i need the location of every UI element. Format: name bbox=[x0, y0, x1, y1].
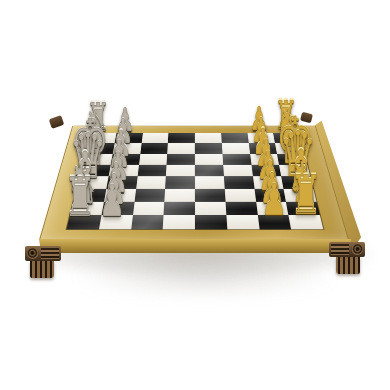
square-a7 bbox=[257, 215, 291, 229]
square-c6 bbox=[224, 189, 255, 202]
square-g1 bbox=[85, 143, 114, 154]
square-d1 bbox=[77, 176, 109, 188]
square-c1 bbox=[73, 189, 106, 202]
square-a8 bbox=[289, 215, 324, 229]
square-d5 bbox=[195, 176, 225, 188]
square-d6 bbox=[224, 176, 254, 188]
square-b7 bbox=[256, 201, 289, 215]
square-b8 bbox=[286, 201, 320, 215]
square-b4 bbox=[164, 201, 195, 215]
square-d8 bbox=[281, 176, 313, 188]
square-h6 bbox=[221, 133, 248, 143]
foot-fluted-column bbox=[336, 257, 360, 274]
square-g2 bbox=[113, 143, 142, 154]
square-h3 bbox=[141, 133, 168, 143]
square-h4 bbox=[168, 133, 195, 143]
square-e4 bbox=[166, 165, 195, 177]
square-a4 bbox=[163, 215, 195, 229]
square-f6 bbox=[222, 154, 251, 165]
square-a3 bbox=[131, 215, 164, 229]
square-a5 bbox=[195, 215, 227, 229]
square-e6 bbox=[223, 165, 253, 177]
square-b5 bbox=[195, 201, 226, 215]
square-d4 bbox=[165, 176, 195, 188]
square-d3 bbox=[136, 176, 166, 188]
square-e5 bbox=[195, 165, 224, 177]
square-c2 bbox=[104, 189, 136, 202]
square-g5 bbox=[195, 143, 222, 154]
square-f5 bbox=[195, 154, 223, 165]
square-g8 bbox=[275, 143, 304, 154]
square-f1 bbox=[82, 154, 112, 165]
back-right-foot bbox=[300, 112, 313, 123]
square-g4 bbox=[167, 143, 194, 154]
square-g3 bbox=[140, 143, 168, 154]
board-shadow-soft bbox=[70, 258, 340, 298]
front-left-foot bbox=[25, 246, 61, 278]
foot-capital bbox=[329, 242, 365, 257]
square-f8 bbox=[277, 154, 307, 165]
square-d7 bbox=[253, 176, 284, 188]
square-f4 bbox=[167, 154, 195, 165]
square-e8 bbox=[279, 165, 310, 177]
chess-set-photo: ♜♞♝♛♚♝♞♜♟♟♟♟♟♟♟♟♟♟♟♟♟♟♟♟♜♞♝♛♚♝♞♜ bbox=[0, 0, 390, 390]
square-c8 bbox=[284, 189, 317, 202]
square-f3 bbox=[139, 154, 168, 165]
square-e2 bbox=[108, 165, 138, 177]
square-h5 bbox=[195, 133, 222, 143]
foot-capital bbox=[25, 246, 61, 261]
square-c5 bbox=[195, 189, 225, 202]
square-a2 bbox=[99, 215, 133, 229]
frame-front-face bbox=[39, 239, 351, 253]
square-g6 bbox=[222, 143, 250, 154]
volute-scroll-icon bbox=[351, 244, 363, 255]
square-c4 bbox=[165, 189, 195, 202]
square-h7 bbox=[247, 133, 275, 143]
square-a6 bbox=[226, 215, 259, 229]
volute-scroll-icon bbox=[27, 248, 39, 259]
square-b3 bbox=[133, 201, 165, 215]
foot-ribs bbox=[331, 244, 349, 255]
front-right-foot bbox=[329, 242, 365, 274]
square-h8 bbox=[273, 133, 302, 143]
board-frame bbox=[39, 126, 349, 240]
square-f2 bbox=[111, 154, 140, 165]
square-b2 bbox=[101, 201, 134, 215]
square-a1 bbox=[67, 215, 102, 229]
foot-ribs bbox=[41, 248, 59, 259]
square-c7 bbox=[254, 189, 286, 202]
square-f7 bbox=[250, 154, 279, 165]
square-h2 bbox=[114, 133, 142, 143]
foot-fluted-column bbox=[30, 261, 54, 278]
square-b1 bbox=[70, 201, 104, 215]
board-grid bbox=[67, 133, 324, 229]
square-e7 bbox=[251, 165, 281, 177]
square-g7 bbox=[248, 143, 277, 154]
square-d2 bbox=[106, 176, 137, 188]
square-e1 bbox=[80, 165, 111, 177]
back-left-foot bbox=[49, 115, 64, 129]
square-c3 bbox=[134, 189, 165, 202]
square-e3 bbox=[137, 165, 167, 177]
square-b6 bbox=[225, 201, 257, 215]
square-h1 bbox=[88, 133, 117, 143]
